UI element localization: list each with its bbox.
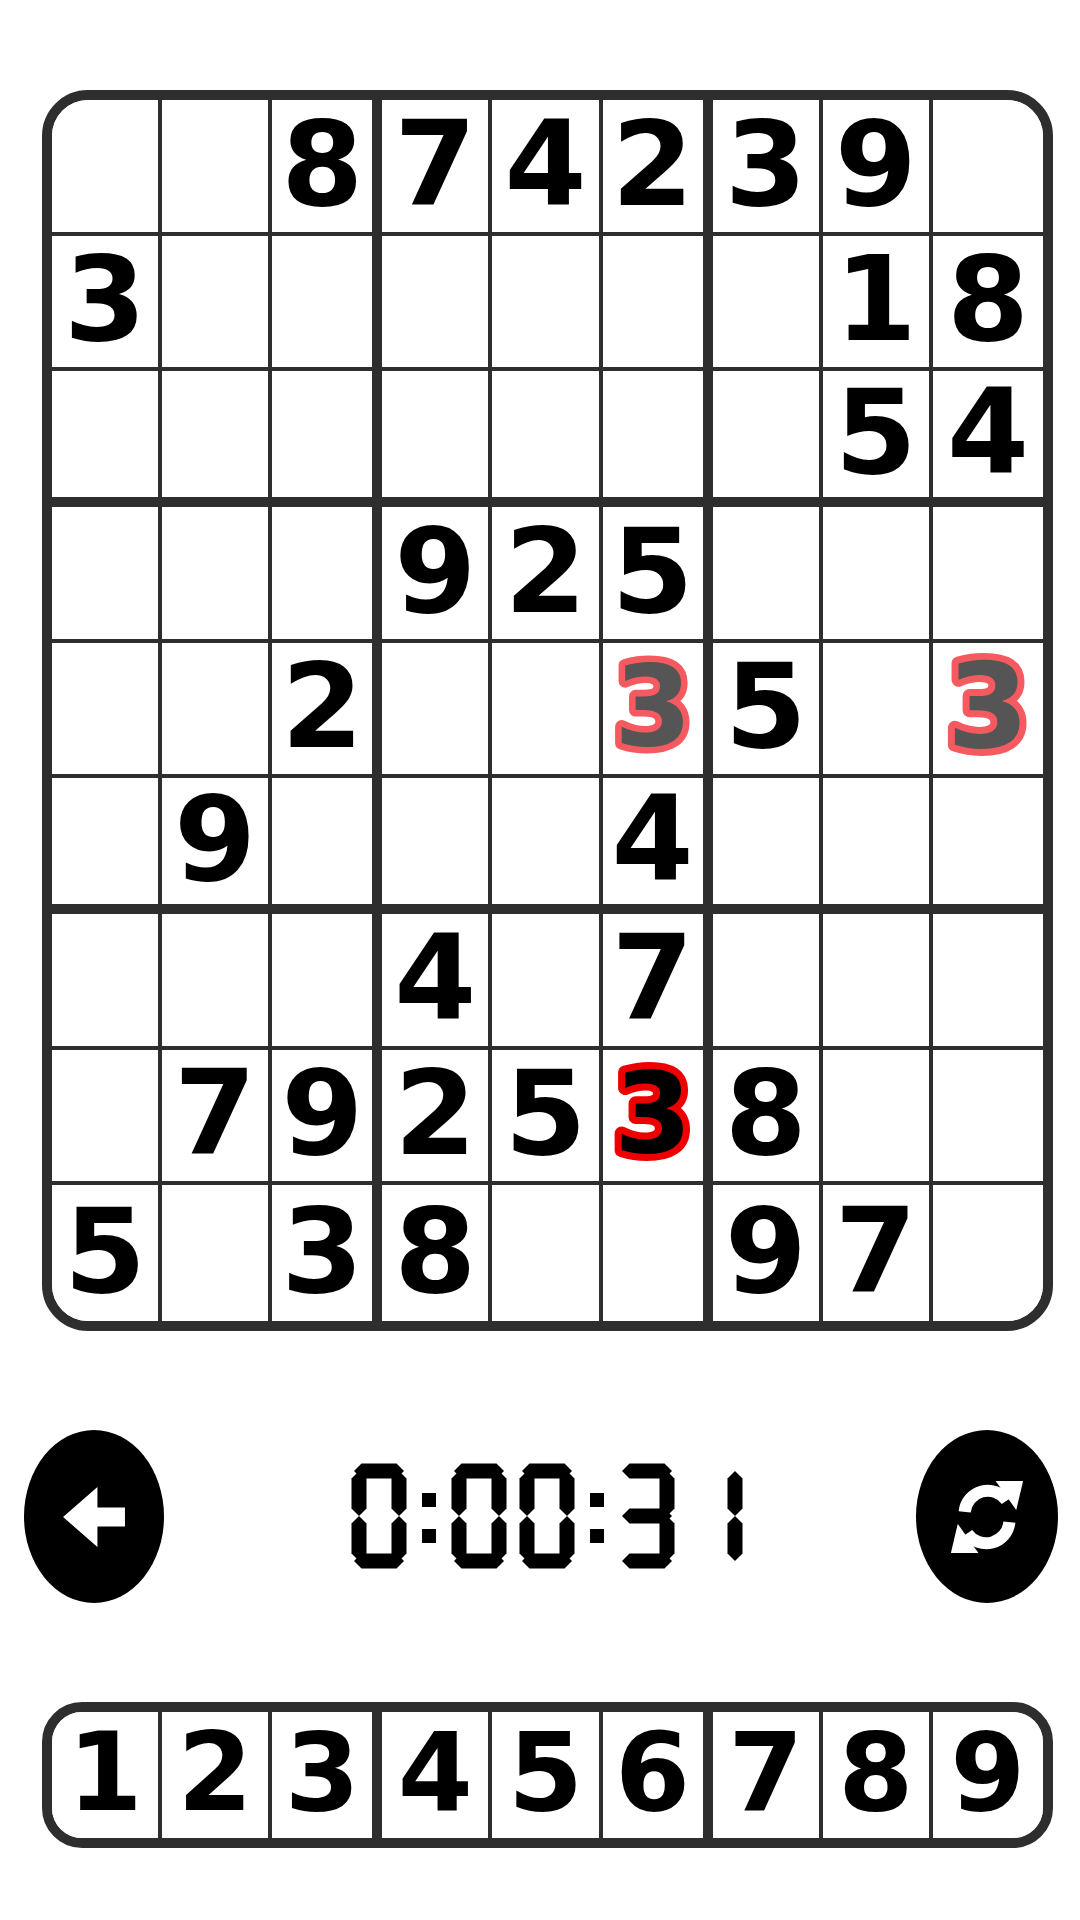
svg-text:3: 3 <box>947 643 1029 775</box>
cell-r8c1[interactable] <box>52 1050 162 1186</box>
digit-given: 7 <box>835 1192 917 1310</box>
cell-r9c9[interactable] <box>933 1185 1043 1321</box>
cell-r8c2[interactable]: 7 <box>162 1050 272 1186</box>
numpad-key-1[interactable]: 1 <box>52 1712 162 1838</box>
cell-r7c8[interactable] <box>823 914 933 1050</box>
numpad-key-9[interactable]: 9 <box>933 1712 1043 1838</box>
cell-r1c8[interactable]: 9 <box>823 100 933 236</box>
digit-given: 2 <box>281 647 363 765</box>
cell-r9c3[interactable]: 3 <box>272 1185 382 1321</box>
digit-given: 8 <box>281 105 363 223</box>
cell-r6c4[interactable] <box>382 778 492 914</box>
numpad-key-label: 4 <box>398 1719 473 1827</box>
digit-given: 3 <box>281 1192 363 1310</box>
digit-given: 7 <box>612 919 694 1037</box>
digit-conflict: 3 <box>933 643 1043 775</box>
digit-given: 3 <box>64 240 146 358</box>
digit-error: 3 <box>603 1050 703 1182</box>
digit-given: 7 <box>394 105 476 223</box>
cell-r6c2[interactable]: 9 <box>162 778 272 914</box>
digit-given: 4 <box>612 780 694 898</box>
cell-r8c8[interactable] <box>823 1050 933 1186</box>
cell-r6c8[interactable] <box>823 778 933 914</box>
cell-r9c5[interactable] <box>492 1185 602 1321</box>
cell-r2c4[interactable] <box>382 236 492 372</box>
cell-r3c3[interactable] <box>272 371 382 507</box>
cell-r4c1[interactable] <box>52 507 162 643</box>
cell-r3c9[interactable]: 4 <box>933 371 1043 507</box>
digit-given: 5 <box>835 373 917 491</box>
numpad-key-label: 2 <box>178 1719 253 1827</box>
cell-r5c8[interactable] <box>823 643 933 779</box>
cell-r3c8[interactable]: 5 <box>823 371 933 507</box>
numpad-key-8[interactable]: 8 <box>823 1712 933 1838</box>
svg-text:3: 3 <box>614 1050 692 1178</box>
numpad-key-2[interactable]: 2 <box>162 1712 272 1838</box>
cell-r4c6[interactable]: 5 <box>603 507 713 643</box>
cell-r8c6[interactable]: 3 <box>603 1050 713 1186</box>
numpad-key-7[interactable]: 7 <box>713 1712 823 1838</box>
cell-r4c9[interactable] <box>933 507 1043 643</box>
cell-r5c3[interactable]: 2 <box>272 643 382 779</box>
cell-r9c6[interactable] <box>603 1185 713 1321</box>
cell-r1c7[interactable]: 3 <box>713 100 823 236</box>
numpad-key-label: 3 <box>285 1719 360 1827</box>
cell-r6c9[interactable] <box>933 778 1043 914</box>
cell-r7c2[interactable] <box>162 914 272 1050</box>
cell-r4c8[interactable] <box>823 507 933 643</box>
timer-digit <box>518 1462 576 1570</box>
cell-r3c2[interactable] <box>162 371 272 507</box>
numpad-key-label: 8 <box>838 1719 913 1827</box>
digit-given: 3 <box>725 105 807 223</box>
cell-r9c1[interactable]: 5 <box>52 1185 162 1321</box>
numpad-key-label: 6 <box>615 1719 690 1827</box>
numpad-key-label: 7 <box>728 1719 803 1827</box>
cell-r2c1[interactable]: 3 <box>52 236 162 372</box>
cell-r4c5[interactable]: 2 <box>492 507 602 643</box>
cell-r3c6[interactable] <box>603 371 713 507</box>
digit-given: 4 <box>947 373 1029 491</box>
cell-r5c4[interactable] <box>382 643 492 779</box>
cell-r8c5[interactable]: 5 <box>492 1050 602 1186</box>
cell-r8c4[interactable]: 2 <box>382 1050 492 1186</box>
cell-r7c5[interactable] <box>492 914 602 1050</box>
timer-colon <box>418 1462 440 1570</box>
cell-r7c1[interactable] <box>52 914 162 1050</box>
timer-digit <box>450 1462 508 1570</box>
digit-conflict: 3 <box>603 643 703 775</box>
cell-r2c3[interactable] <box>272 236 382 372</box>
cell-r7c3[interactable] <box>272 914 382 1050</box>
numpad-key-label: 5 <box>508 1719 583 1827</box>
cell-r9c8[interactable]: 7 <box>823 1185 933 1321</box>
cell-r5c1[interactable] <box>52 643 162 779</box>
cell-r2c9[interactable]: 8 <box>933 236 1043 372</box>
digit-given: 8 <box>394 1192 476 1310</box>
digit-given: 5 <box>64 1192 146 1310</box>
back-button[interactable] <box>24 1430 164 1603</box>
cell-r6c1[interactable] <box>52 778 162 914</box>
digit-given: 4 <box>394 919 476 1037</box>
cell-r4c3[interactable] <box>272 507 382 643</box>
digit-given: 2 <box>612 105 694 223</box>
sudoku-board: 874239318549252353944779253853897 <box>42 90 1053 1331</box>
cell-r1c9[interactable] <box>933 100 1043 236</box>
timer-display <box>350 1462 744 1570</box>
digit-given: 9 <box>835 105 917 223</box>
cell-r8c7[interactable]: 8 <box>713 1050 823 1186</box>
cell-r8c3[interactable]: 9 <box>272 1050 382 1186</box>
digit-given: 7 <box>174 1054 256 1172</box>
digit-given: 8 <box>725 1054 807 1172</box>
digit-given: 5 <box>725 647 807 765</box>
digit-given: 8 <box>947 240 1029 358</box>
cell-r9c7[interactable]: 9 <box>713 1185 823 1321</box>
cell-r3c4[interactable] <box>382 371 492 507</box>
cell-r1c5[interactable]: 4 <box>492 100 602 236</box>
cell-r7c6[interactable]: 7 <box>603 914 713 1050</box>
timer-digit <box>350 1462 408 1570</box>
digit-given: 9 <box>174 780 256 898</box>
cell-r4c4[interactable]: 9 <box>382 507 492 643</box>
cell-r3c7[interactable] <box>713 371 823 507</box>
cell-r8c9[interactable] <box>933 1050 1043 1186</box>
cell-r5c6[interactable]: 3 <box>603 643 713 779</box>
timer-colon <box>586 1462 608 1570</box>
cell-r5c7[interactable]: 5 <box>713 643 823 779</box>
cell-r7c4[interactable]: 4 <box>382 914 492 1050</box>
cell-r2c2[interactable] <box>162 236 272 372</box>
digit-given: 2 <box>394 1054 476 1172</box>
cell-r9c4[interactable]: 8 <box>382 1185 492 1321</box>
svg-text:3: 3 <box>614 643 692 771</box>
cell-r2c6[interactable] <box>603 236 713 372</box>
cell-r7c7[interactable] <box>713 914 823 1050</box>
cell-r4c2[interactable] <box>162 507 272 643</box>
digit-given: 9 <box>281 1054 363 1172</box>
cell-r5c2[interactable] <box>162 643 272 779</box>
digit-given: 1 <box>835 240 917 358</box>
numpad-key-label: 9 <box>950 1719 1025 1827</box>
cell-r2c8[interactable]: 1 <box>823 236 933 372</box>
cell-r5c9[interactable]: 3 <box>933 643 1043 779</box>
numpad-key-4[interactable]: 4 <box>382 1712 492 1838</box>
cell-r6c6[interactable]: 4 <box>603 778 713 914</box>
cell-r2c7[interactable] <box>713 236 823 372</box>
numpad-key-5[interactable]: 5 <box>492 1712 602 1838</box>
numpad-key-6[interactable]: 6 <box>603 1712 713 1838</box>
digit-given: 9 <box>394 512 476 630</box>
cell-r3c5[interactable] <box>492 371 602 507</box>
cell-r3c1[interactable] <box>52 371 162 507</box>
number-pad: 123456789 <box>42 1702 1053 1848</box>
cell-r1c6[interactable]: 2 <box>603 100 713 236</box>
cell-r1c4[interactable]: 7 <box>382 100 492 236</box>
timer-digit <box>686 1462 744 1570</box>
digit-given: 9 <box>725 1192 807 1310</box>
cell-r6c5[interactable] <box>492 778 602 914</box>
restart-button[interactable] <box>916 1430 1058 1603</box>
digit-given: 4 <box>504 105 586 223</box>
numpad-key-3[interactable]: 3 <box>272 1712 382 1838</box>
back-arrow-icon <box>51 1474 137 1560</box>
digit-given: 5 <box>504 1054 586 1172</box>
cell-r1c3[interactable]: 8 <box>272 100 382 236</box>
timer-digit <box>618 1462 676 1570</box>
cell-r7c9[interactable] <box>933 914 1043 1050</box>
cell-r9c2[interactable] <box>162 1185 272 1321</box>
digit-given: 2 <box>504 512 586 630</box>
cell-r1c2[interactable] <box>162 100 272 236</box>
cell-r6c7[interactable] <box>713 778 823 914</box>
cell-r5c5[interactable] <box>492 643 602 779</box>
cell-r1c1[interactable] <box>52 100 162 236</box>
digit-given: 5 <box>612 512 694 630</box>
cell-r6c3[interactable] <box>272 778 382 914</box>
cell-r2c5[interactable] <box>492 236 602 372</box>
numpad-key-label: 1 <box>67 1719 142 1827</box>
cell-r4c7[interactable] <box>713 507 823 643</box>
refresh-icon <box>944 1474 1030 1560</box>
